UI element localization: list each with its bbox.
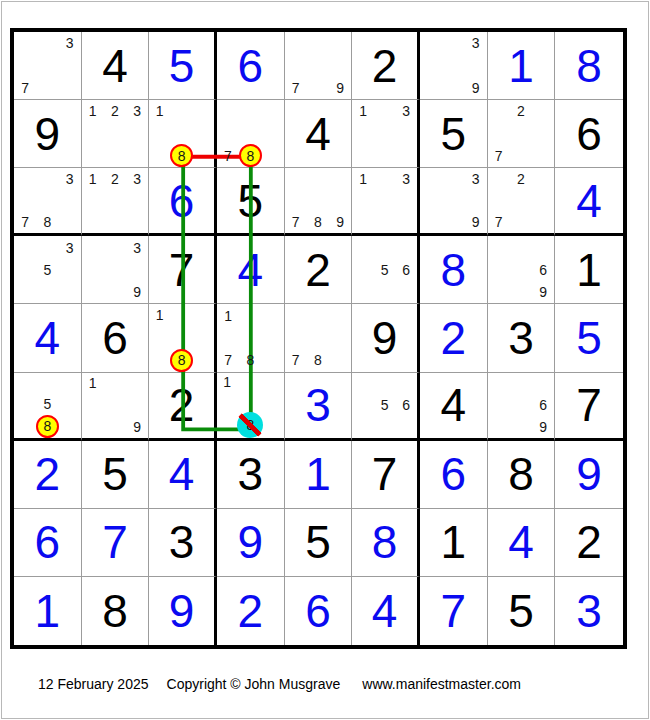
empty-slot xyxy=(82,122,104,144)
cell-r6c1: 58 xyxy=(14,373,82,441)
candidate-8: 8 xyxy=(170,349,193,372)
candidate-9: 9 xyxy=(464,212,486,234)
candidate-7: 7 xyxy=(217,349,239,371)
candidate-8: 8 xyxy=(239,349,261,371)
candidate-7: 7 xyxy=(488,145,510,167)
empty-slot xyxy=(14,415,36,438)
empty-slot xyxy=(82,281,104,303)
empty-slot xyxy=(374,122,396,144)
empty-slot xyxy=(82,259,104,281)
empty-slot xyxy=(126,145,148,167)
candidate-5: 5 xyxy=(374,259,396,281)
empty-slot xyxy=(395,236,417,258)
empty-slot xyxy=(488,259,510,281)
empty-slot xyxy=(374,281,396,303)
empty-slot xyxy=(307,304,329,326)
cell-r9c1: 1 xyxy=(14,577,82,645)
empty-slot xyxy=(488,394,510,416)
empty-slot xyxy=(374,168,396,190)
empty-slot xyxy=(510,416,532,438)
candidate-7: 7 xyxy=(488,212,510,234)
candidate-9: 9 xyxy=(532,416,554,438)
empty-slot xyxy=(217,392,237,412)
cell-r4c2: 39 xyxy=(82,236,150,304)
empty-slot xyxy=(442,190,464,212)
empty-slot xyxy=(510,122,532,144)
empty-slot xyxy=(510,236,532,258)
solved-digit: 2 xyxy=(14,441,81,508)
cell-r2c6: 13 xyxy=(352,100,420,168)
given-digit: 5 xyxy=(82,441,149,508)
empty-slot xyxy=(239,327,261,349)
solved-digit: 1 xyxy=(14,577,81,645)
empty-slot xyxy=(374,416,396,438)
cell-r3c6: 13 xyxy=(352,168,420,236)
given-digit: 4 xyxy=(420,373,487,438)
pencil-marks: 27 xyxy=(488,168,555,233)
given-digit: 9 xyxy=(352,304,417,371)
cell-r5c4: 178 xyxy=(217,304,285,372)
cell-r2c1: 9 xyxy=(14,100,82,168)
empty-slot xyxy=(510,212,532,234)
empty-slot xyxy=(488,373,510,395)
sudoku-board: 3745679239189123187841352763781236578913… xyxy=(10,28,627,649)
candidate-9: 9 xyxy=(126,281,148,303)
empty-slot xyxy=(149,349,170,372)
pencil-marks: 78 xyxy=(285,304,352,371)
empty-slot xyxy=(488,100,510,122)
empty-slot xyxy=(420,32,442,54)
given-digit: 3 xyxy=(217,441,284,508)
candidate-5: 5 xyxy=(36,394,59,415)
candidate-7: 7 xyxy=(285,212,307,234)
empty-slot xyxy=(374,236,396,258)
cell-r5c7: 2 xyxy=(420,304,488,372)
candidate-2: 2 xyxy=(104,168,126,190)
empty-slot xyxy=(532,212,554,234)
empty-slot xyxy=(488,168,510,190)
candidate-3: 3 xyxy=(464,168,486,190)
empty-slot xyxy=(149,144,170,167)
given-digit: 1 xyxy=(420,509,487,576)
empty-slot xyxy=(488,281,510,303)
empty-slot xyxy=(237,392,263,412)
cell-r3c2: 123 xyxy=(82,168,150,236)
empty-slot xyxy=(149,326,170,348)
footer-date: 12 February 2025 xyxy=(38,676,149,692)
candidate-1: 1 xyxy=(217,304,239,326)
given-digit: 5 xyxy=(217,168,284,233)
cell-r8c9: 2 xyxy=(555,509,623,577)
empty-slot xyxy=(510,259,532,281)
empty-slot xyxy=(59,415,81,438)
empty-slot xyxy=(285,190,307,212)
empty-slot xyxy=(36,54,58,76)
empty-slot xyxy=(14,190,36,212)
given-digit: 2 xyxy=(285,236,352,303)
cell-r6c7: 4 xyxy=(420,373,488,441)
empty-slot xyxy=(352,373,374,395)
cell-r8c2: 7 xyxy=(82,509,150,577)
chain-node-circle: 8 xyxy=(170,349,193,372)
cell-r8c6: 8 xyxy=(352,509,420,577)
pencil-marks: 27 xyxy=(488,100,555,167)
footer: 12 February 2025 Copyright © John Musgra… xyxy=(38,676,521,692)
empty-slot xyxy=(82,416,104,438)
cell-r9c6: 4 xyxy=(352,577,420,645)
empty-slot xyxy=(532,100,554,122)
empty-slot xyxy=(239,304,261,326)
empty-slot xyxy=(352,394,374,416)
empty-slot xyxy=(104,416,126,438)
empty-slot xyxy=(14,373,36,394)
pencil-marks: 18 xyxy=(149,100,214,167)
empty-slot xyxy=(170,122,193,144)
cell-r9c8: 5 xyxy=(488,577,556,645)
pencil-marks: 178 xyxy=(217,304,284,371)
cell-r5c6: 9 xyxy=(352,304,420,372)
solved-digit: 8 xyxy=(555,32,623,99)
pencil-marks: 58 xyxy=(14,373,81,438)
empty-slot xyxy=(126,259,148,281)
solved-digit: 4 xyxy=(352,577,417,645)
empty-slot xyxy=(126,394,148,416)
candidate-1: 1 xyxy=(149,304,170,326)
solved-digit: 4 xyxy=(217,236,284,303)
solved-digit: 6 xyxy=(149,168,214,233)
candidate-1: 1 xyxy=(352,100,374,122)
cell-r4c6: 56 xyxy=(352,236,420,304)
empty-slot xyxy=(510,281,532,303)
empty-slot xyxy=(510,190,532,212)
cell-r2c3: 18 xyxy=(149,100,217,168)
candidate-3: 3 xyxy=(395,168,417,190)
solved-digit: 6 xyxy=(420,441,487,508)
empty-slot xyxy=(104,236,126,258)
cell-r2c7: 5 xyxy=(420,100,488,168)
empty-slot xyxy=(14,32,36,54)
cell-r8c8: 4 xyxy=(488,509,556,577)
cell-r4c4: 4 xyxy=(217,236,285,304)
cell-r4c5: 2 xyxy=(285,236,353,304)
cell-r2c4: 78 xyxy=(217,100,285,168)
cell-r9c7: 7 xyxy=(420,577,488,645)
empty-slot xyxy=(239,122,262,144)
pencil-marks: 56 xyxy=(352,373,417,438)
given-digit: 5 xyxy=(488,577,555,645)
pencil-marks: 18 xyxy=(149,304,214,371)
candidate-2: 2 xyxy=(104,100,126,122)
cell-r7c9: 9 xyxy=(555,441,623,509)
pencil-marks: 13 xyxy=(352,168,417,233)
empty-slot xyxy=(82,190,104,212)
cell-r6c3: 2 xyxy=(149,373,217,441)
empty-slot xyxy=(329,304,351,326)
empty-slot xyxy=(59,394,81,415)
cell-r5c5: 78 xyxy=(285,304,353,372)
empty-slot xyxy=(36,236,58,258)
cell-r3c7: 39 xyxy=(420,168,488,236)
solved-digit: 9 xyxy=(217,509,284,576)
cell-r1c3: 5 xyxy=(149,32,217,100)
cell-r2c5: 4 xyxy=(285,100,353,168)
empty-slot xyxy=(510,145,532,167)
candidate-9: 9 xyxy=(532,281,554,303)
cell-r7c1: 2 xyxy=(14,441,82,509)
empty-slot xyxy=(217,327,239,349)
candidate-3: 3 xyxy=(126,100,148,122)
empty-slot xyxy=(261,304,283,326)
empty-slot xyxy=(82,394,104,416)
empty-slot xyxy=(532,373,554,395)
empty-slot xyxy=(126,122,148,144)
candidate-8: 8 xyxy=(237,412,263,438)
cell-r6c4: 18 xyxy=(217,373,285,441)
empty-slot xyxy=(58,212,80,234)
empty-slot xyxy=(262,144,284,167)
empty-slot xyxy=(307,327,329,349)
empty-slot xyxy=(285,168,307,190)
pencil-marks: 69 xyxy=(488,236,555,303)
given-digit: 8 xyxy=(82,577,149,645)
candidate-1: 1 xyxy=(149,100,170,122)
empty-slot xyxy=(36,32,58,54)
cell-r9c9: 3 xyxy=(555,577,623,645)
cell-r4c1: 35 xyxy=(14,236,82,304)
empty-slot xyxy=(420,212,442,234)
empty-slot xyxy=(126,212,148,234)
cell-r5c1: 4 xyxy=(14,304,82,372)
empty-slot xyxy=(104,373,126,395)
empty-slot xyxy=(58,259,80,281)
cell-r9c2: 8 xyxy=(82,577,150,645)
given-digit: 2 xyxy=(352,32,417,99)
empty-slot xyxy=(14,54,36,76)
cell-r2c2: 123 xyxy=(82,100,150,168)
empty-slot xyxy=(532,236,554,258)
candidate-6: 6 xyxy=(532,259,554,281)
empty-slot xyxy=(532,122,554,144)
cell-r2c8: 27 xyxy=(488,100,556,168)
empty-slot xyxy=(126,373,148,395)
candidate-8: 8 xyxy=(307,212,329,234)
solved-digit: 6 xyxy=(14,509,81,576)
empty-slot xyxy=(126,190,148,212)
solved-digit: 7 xyxy=(420,577,487,645)
pencil-marks: 789 xyxy=(285,168,352,233)
empty-slot xyxy=(263,392,283,412)
given-digit: 9 xyxy=(14,100,81,167)
candidate-5: 5 xyxy=(36,259,58,281)
candidate-9: 9 xyxy=(329,77,351,99)
empty-slot xyxy=(510,373,532,395)
empty-slot xyxy=(104,281,126,303)
empty-slot xyxy=(329,32,351,54)
pencil-marks: 39 xyxy=(420,32,487,99)
empty-slot xyxy=(352,281,374,303)
solved-digit: 4 xyxy=(14,304,81,371)
given-digit: 4 xyxy=(285,100,352,167)
empty-slot xyxy=(262,122,284,144)
empty-slot xyxy=(82,236,104,258)
solved-digit: 3 xyxy=(555,577,623,645)
given-digit: 6 xyxy=(82,304,149,371)
candidate-9: 9 xyxy=(329,212,351,234)
empty-slot xyxy=(532,190,554,212)
footer-website: www.manifestmaster.com xyxy=(362,676,521,692)
empty-slot xyxy=(329,349,351,371)
empty-slot xyxy=(104,190,126,212)
candidate-8: 8 xyxy=(239,144,262,167)
empty-slot xyxy=(170,100,193,122)
empty-slot xyxy=(488,190,510,212)
empty-slot xyxy=(285,32,307,54)
empty-slot xyxy=(395,212,417,234)
candidate-3: 3 xyxy=(395,100,417,122)
cell-r3c3: 6 xyxy=(149,168,217,236)
candidate-7: 7 xyxy=(14,77,36,99)
empty-slot xyxy=(442,77,464,99)
empty-slot xyxy=(261,349,283,371)
pencil-marks: 39 xyxy=(82,236,149,303)
empty-slot xyxy=(14,281,36,303)
candidate-8: 8 xyxy=(36,415,59,438)
cell-r9c3: 9 xyxy=(149,577,217,645)
empty-slot xyxy=(193,144,214,167)
empty-slot xyxy=(307,54,329,76)
empty-slot xyxy=(193,349,214,372)
pencil-marks: 79 xyxy=(285,32,352,99)
empty-slot xyxy=(420,190,442,212)
solved-digit: 1 xyxy=(285,441,352,508)
empty-slot xyxy=(352,259,374,281)
cell-r6c2: 19 xyxy=(82,373,150,441)
pencil-marks: 35 xyxy=(14,236,81,303)
empty-slot xyxy=(329,54,351,76)
pencil-marks: 69 xyxy=(488,373,555,438)
pencil-marks: 56 xyxy=(352,236,417,303)
cell-r4c7: 8 xyxy=(420,236,488,304)
empty-slot xyxy=(395,122,417,144)
pencil-marks: 123 xyxy=(82,168,149,233)
empty-slot xyxy=(58,190,80,212)
cell-r9c5: 6 xyxy=(285,577,353,645)
empty-slot xyxy=(352,122,374,144)
empty-slot xyxy=(237,373,263,393)
empty-slot xyxy=(420,168,442,190)
empty-slot xyxy=(193,100,214,122)
candidate-1: 1 xyxy=(82,100,104,122)
cell-r6c9: 7 xyxy=(555,373,623,441)
empty-slot xyxy=(374,145,396,167)
empty-slot xyxy=(352,236,374,258)
cell-r1c7: 39 xyxy=(420,32,488,100)
cell-r7c4: 3 xyxy=(217,441,285,509)
empty-slot xyxy=(104,259,126,281)
cell-r1c8: 1 xyxy=(488,32,556,100)
solved-digit: 1 xyxy=(488,32,555,99)
empty-slot xyxy=(170,326,193,348)
given-digit: 5 xyxy=(420,100,487,167)
candidate-3: 3 xyxy=(126,236,148,258)
cell-r7c7: 6 xyxy=(420,441,488,509)
candidate-2: 2 xyxy=(510,100,532,122)
candidate-7: 7 xyxy=(217,144,239,167)
candidate-8: 8 xyxy=(307,349,329,371)
pencil-marks: 39 xyxy=(420,168,487,233)
solved-digit: 8 xyxy=(352,509,417,576)
solved-digit: 9 xyxy=(555,441,623,508)
cell-r1c6: 2 xyxy=(352,32,420,100)
empty-slot xyxy=(442,32,464,54)
solved-digit: 2 xyxy=(420,304,487,371)
solved-digit: 9 xyxy=(149,577,214,645)
empty-slot xyxy=(442,212,464,234)
given-digit: 7 xyxy=(352,441,417,508)
solved-digit: 2 xyxy=(217,577,284,645)
footer-copyright: Copyright © John Musgrave xyxy=(167,676,341,692)
empty-slot xyxy=(239,100,262,122)
cell-r1c4: 6 xyxy=(217,32,285,100)
empty-slot xyxy=(352,190,374,212)
empty-slot xyxy=(307,32,329,54)
cell-r7c8: 8 xyxy=(488,441,556,509)
empty-slot xyxy=(193,122,214,144)
given-digit: 3 xyxy=(488,304,555,371)
chain-node-circle: 8 xyxy=(36,415,59,438)
candidate-7: 7 xyxy=(285,349,307,371)
candidate-6: 6 xyxy=(532,394,554,416)
empty-slot xyxy=(104,212,126,234)
candidate-3: 3 xyxy=(58,32,80,54)
empty-slot xyxy=(532,145,554,167)
cell-r8c4: 9 xyxy=(217,509,285,577)
empty-slot xyxy=(285,304,307,326)
given-digit: 1 xyxy=(555,236,623,303)
empty-slot xyxy=(488,416,510,438)
cell-r8c7: 1 xyxy=(420,509,488,577)
solved-digit: 4 xyxy=(555,168,623,233)
empty-slot xyxy=(14,168,36,190)
empty-slot xyxy=(510,394,532,416)
chain-node-circle: 8 xyxy=(239,144,262,167)
empty-slot xyxy=(193,304,214,326)
empty-slot xyxy=(217,122,239,144)
pencil-marks: 18 xyxy=(217,373,284,438)
empty-slot xyxy=(104,145,126,167)
candidate-9: 9 xyxy=(464,77,486,99)
empty-slot xyxy=(395,281,417,303)
given-digit: 4 xyxy=(82,32,149,99)
empty-slot xyxy=(149,122,170,144)
empty-slot xyxy=(329,168,351,190)
empty-slot xyxy=(36,281,58,303)
candidate-8: 8 xyxy=(170,144,193,167)
cell-r3c9: 4 xyxy=(555,168,623,236)
cell-r7c6: 7 xyxy=(352,441,420,509)
cell-r8c1: 6 xyxy=(14,509,82,577)
empty-slot xyxy=(374,190,396,212)
candidate-2: 2 xyxy=(510,168,532,190)
empty-slot xyxy=(262,100,284,122)
cell-r2c9: 6 xyxy=(555,100,623,168)
pencil-marks: 19 xyxy=(82,373,149,438)
cell-r7c2: 5 xyxy=(82,441,150,509)
empty-slot xyxy=(285,54,307,76)
empty-slot xyxy=(395,190,417,212)
solved-digit: 4 xyxy=(149,441,214,508)
cell-r7c5: 1 xyxy=(285,441,353,509)
